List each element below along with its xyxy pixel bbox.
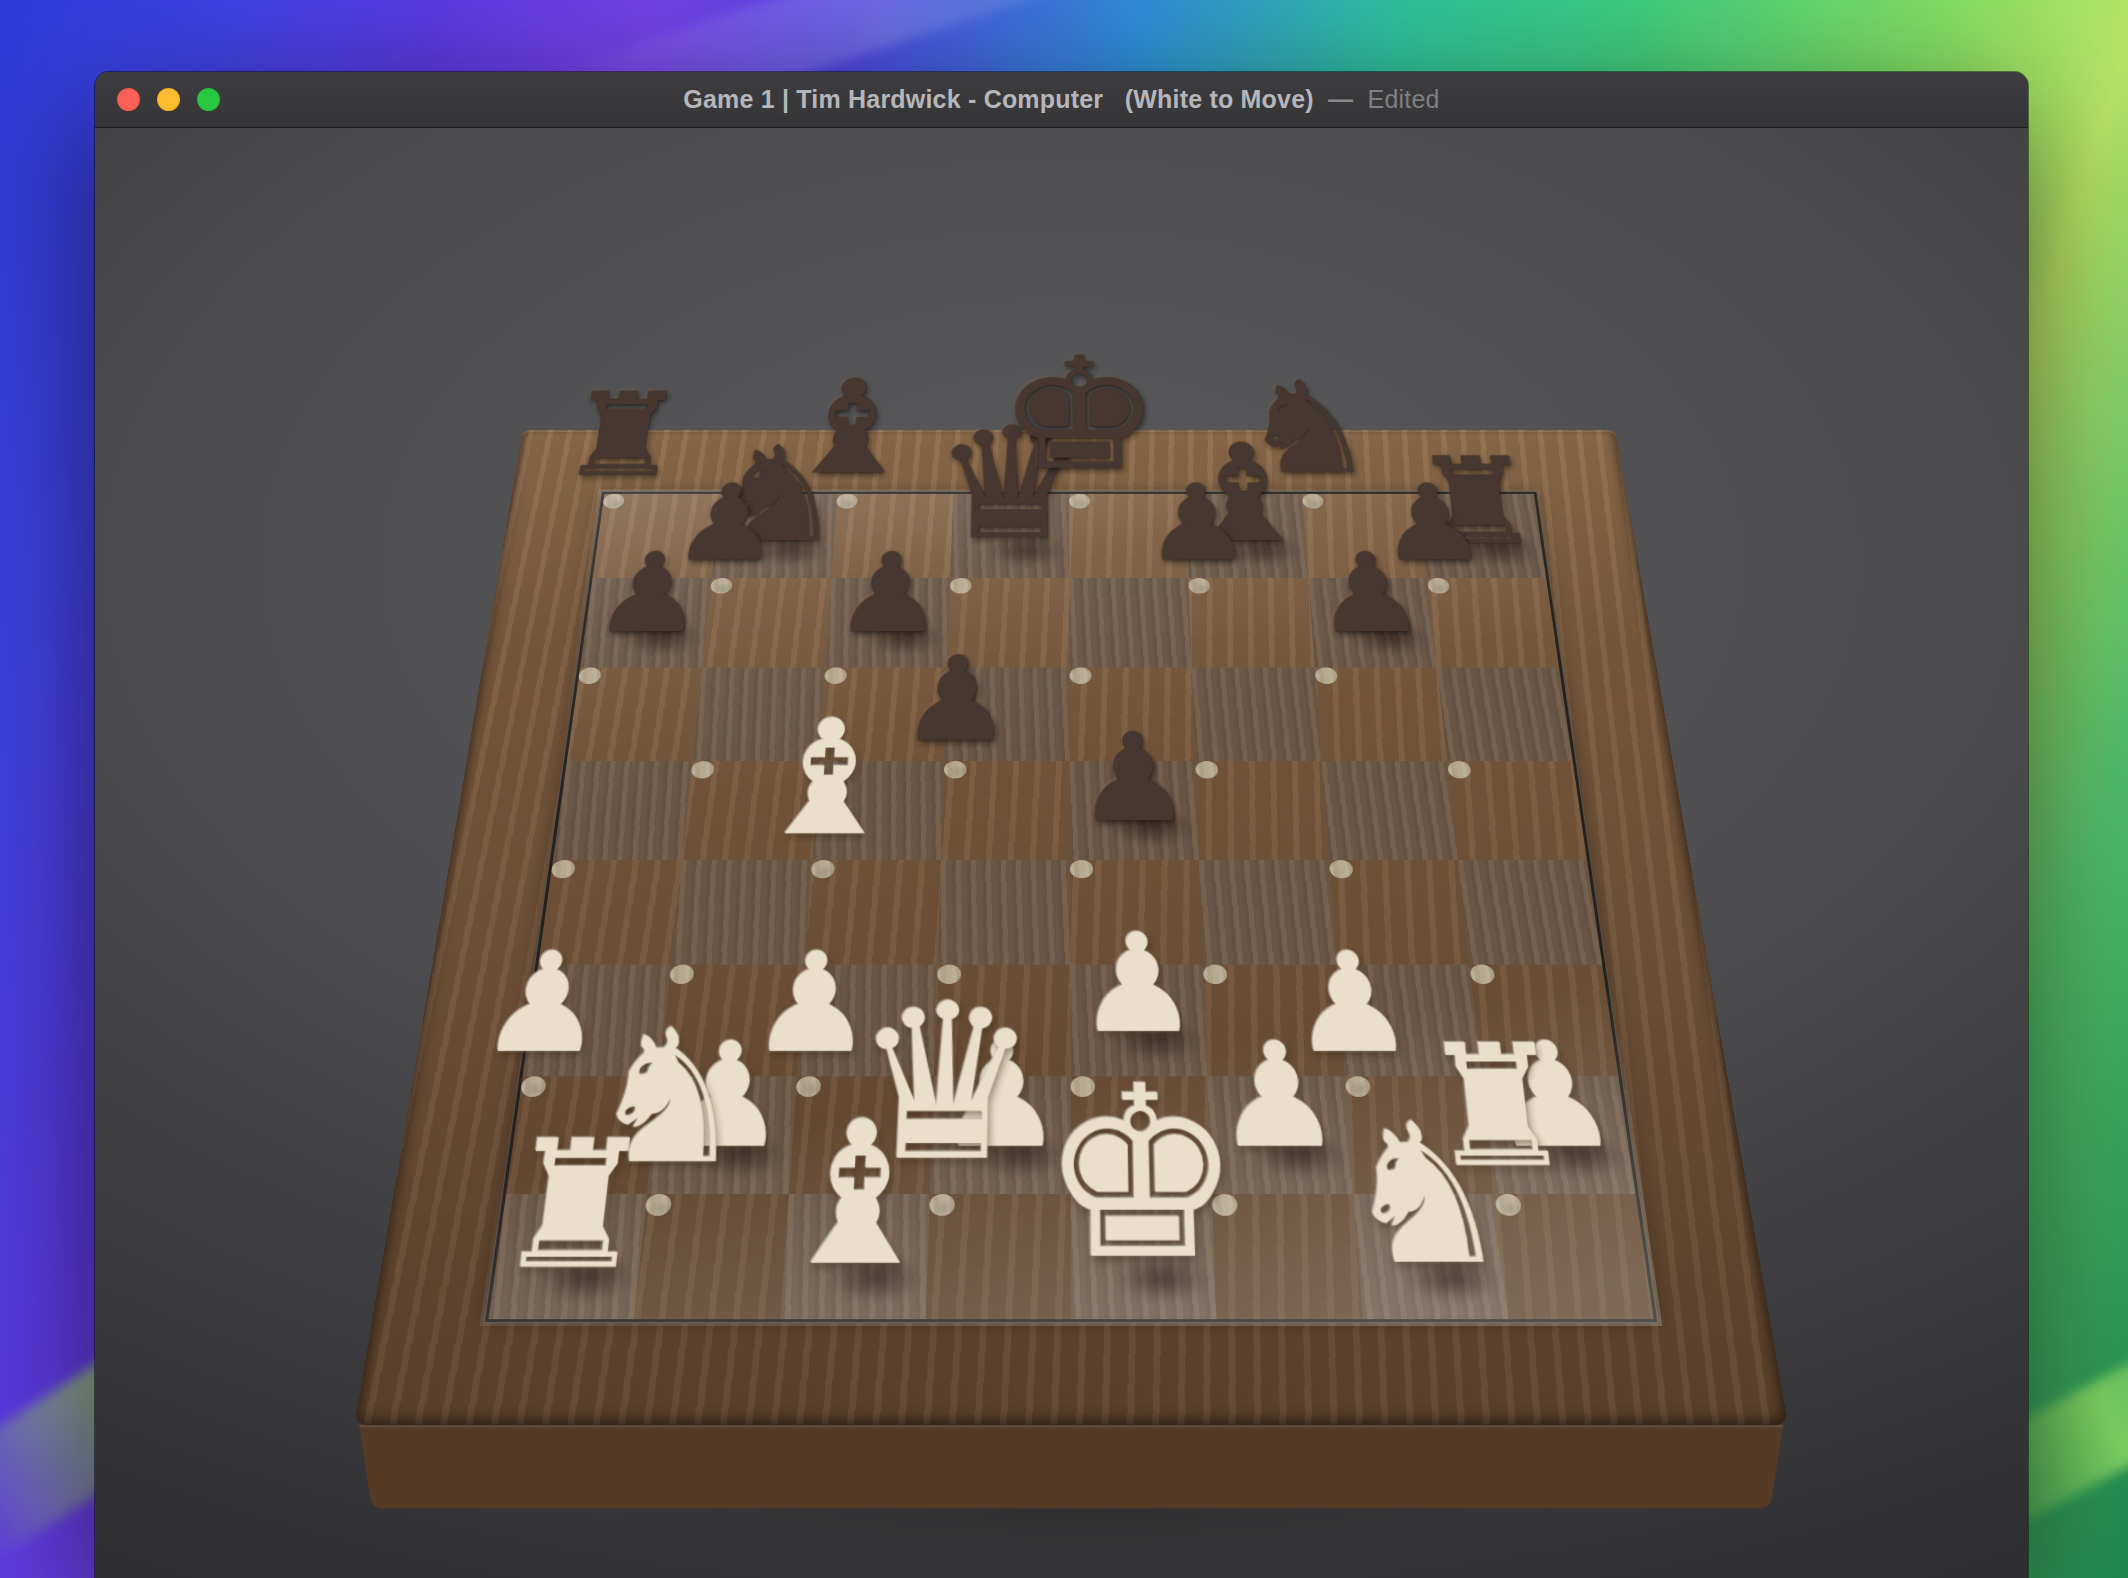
piece-black-q-d8[interactable]: ♛ xyxy=(928,412,1091,558)
square-f5[interactable] xyxy=(1195,761,1218,778)
piece-shadow xyxy=(1431,585,1451,593)
square-g7[interactable]: ♟ xyxy=(1307,578,1436,667)
piece-black-p-e5[interactable]: ♟ xyxy=(1074,720,1192,836)
square-f2[interactable]: ♟ xyxy=(1207,1076,1353,1194)
square-e1[interactable]: ♚ xyxy=(1070,1194,1216,1319)
chess-app-window: Game 1 | Tim Hardwick - Computer (White … xyxy=(95,72,2028,1578)
square-d8[interactable]: ♛ xyxy=(950,494,1069,578)
board-3d-scene: ♜♞♝♛♚♝♞♜♟♟♟♟♟♟♟♟♝♟♟♟♟♟♟♟♟♜♞♝♛♚♞♜ xyxy=(95,128,2028,1578)
square-a2[interactable]: ♟ xyxy=(519,1076,546,1096)
square-h5[interactable] xyxy=(1446,761,1470,778)
square-h7[interactable]: ♟ xyxy=(1426,578,1449,593)
piece-shadow xyxy=(1192,585,1212,593)
piece-shadow xyxy=(673,1125,807,1187)
window-title-separator: — xyxy=(1314,85,1368,113)
piece-white-r-h1[interactable]: ♜ xyxy=(1416,1028,1580,1188)
piece-white-p-g2[interactable]: ♟ xyxy=(1285,938,1418,1069)
piece-shadow xyxy=(606,500,626,508)
square-h6[interactable] xyxy=(1436,667,1572,761)
square-f6[interactable] xyxy=(1191,667,1320,761)
board-front-edge xyxy=(359,1425,1783,1509)
piece-black-p-d5[interactable]: ♟ xyxy=(897,645,1013,756)
piece-shadow xyxy=(1234,1125,1366,1187)
square-b3[interactable] xyxy=(669,965,695,984)
piece-black-p-g7[interactable]: ♟ xyxy=(1310,542,1429,646)
piece-white-p-a2[interactable]: ♟ xyxy=(473,938,614,1069)
piece-shadow xyxy=(515,1245,655,1311)
square-f7[interactable]: ♟ xyxy=(1188,578,1210,593)
square-e4[interactable] xyxy=(1070,860,1093,878)
piece-shadow xyxy=(524,1084,548,1095)
window-title-edited-status: Edited xyxy=(1368,85,1440,113)
square-d5[interactable]: ♟ xyxy=(943,761,966,778)
square-d7[interactable] xyxy=(949,578,971,593)
square-g6[interactable] xyxy=(1314,667,1337,683)
square-a1[interactable]: ♜ xyxy=(488,1194,647,1319)
close-button[interactable] xyxy=(117,88,140,111)
window-title-main: Game 1 | Tim Hardwick - Computer (White … xyxy=(683,85,1314,113)
piece-shadow xyxy=(947,768,968,777)
square-a5[interactable] xyxy=(553,761,693,860)
square-c6[interactable] xyxy=(823,667,846,683)
window-titlebar[interactable]: Game 1 | Tim Hardwick - Computer (White … xyxy=(95,72,2028,128)
square-a6[interactable] xyxy=(577,667,601,683)
square-f3[interactable] xyxy=(1203,965,1228,984)
square-b1[interactable]: ♞ xyxy=(644,1194,671,1216)
square-g1[interactable]: ♞ xyxy=(1353,1194,1508,1319)
piece-black-p-c7[interactable]: ♟ xyxy=(831,542,946,646)
square-f1[interactable] xyxy=(1211,1194,1237,1216)
piece-shadow xyxy=(1096,1245,1230,1311)
piece-black-r-a8[interactable]: ♜ xyxy=(554,380,689,489)
piece-white-p-h2[interactable]: ♟ xyxy=(1481,1028,1625,1166)
square-h2[interactable]: ♟ xyxy=(1481,1076,1635,1194)
piece-white-n-g1[interactable]: ♞ xyxy=(1335,1105,1517,1290)
chess-board-frame: ♜♞♝♛♚♝♞♜♟♟♟♟♟♟♟♟♝♟♟♟♟♟♟♟♟♜♞♝♛♚♞♜ xyxy=(354,430,1787,1425)
piece-black-p-a7[interactable]: ♟ xyxy=(588,542,710,646)
square-h4[interactable] xyxy=(1457,860,1601,965)
square-e7[interactable] xyxy=(1069,578,1192,667)
square-d1[interactable]: ♛ xyxy=(928,1194,954,1216)
square-g4[interactable] xyxy=(1328,860,1352,878)
piece-white-k-e1[interactable]: ♚ xyxy=(1038,1063,1247,1289)
piece-shadow xyxy=(1499,1203,1523,1214)
zoom-button[interactable] xyxy=(197,88,220,111)
piece-white-p-b2[interactable]: ♟ xyxy=(656,1028,794,1166)
piece-shadow xyxy=(799,1084,822,1095)
piece-shadow xyxy=(1349,1084,1372,1095)
minimize-button[interactable] xyxy=(157,88,180,111)
square-a7[interactable]: ♟ xyxy=(580,578,712,667)
piece-shadow xyxy=(1382,1245,1521,1311)
piece-shadow xyxy=(714,585,734,593)
piece-white-b-c1[interactable]: ♝ xyxy=(767,1100,945,1289)
piece-white-q-d1[interactable]: ♛ xyxy=(845,982,1040,1187)
piece-black-p-f7[interactable]: ♟ xyxy=(1142,474,1253,574)
piece-white-p-e3[interactable]: ♟ xyxy=(1075,920,1200,1050)
square-d2[interactable]: ♟ xyxy=(929,1076,1070,1194)
square-h3[interactable] xyxy=(1469,965,1495,984)
square-e2[interactable] xyxy=(1070,1076,1095,1096)
square-b2[interactable]: ♟ xyxy=(647,1076,796,1194)
square-c1[interactable]: ♝ xyxy=(779,1194,929,1319)
square-g2[interactable]: ♟ xyxy=(1344,1076,1370,1096)
square-d4[interactable] xyxy=(937,860,1070,965)
square-b5[interactable] xyxy=(690,761,714,778)
square-a8[interactable]: ♜ xyxy=(602,494,625,509)
traffic-lights xyxy=(117,72,220,127)
window-title: Game 1 | Tim Hardwick - Computer (White … xyxy=(683,85,1439,114)
square-e6[interactable] xyxy=(1069,667,1091,683)
piece-shadow xyxy=(806,1245,942,1311)
app-content-area: ♜♞♝♛♚♝♞♜♟♟♟♟♟♟♟♟♝♟♟♟♟♟♟♟♟♜♞♝♛♚♞♜ xyxy=(95,128,2028,1578)
piece-white-n-b1[interactable]: ♞ xyxy=(578,1011,756,1187)
piece-shadow xyxy=(933,1203,957,1214)
piece-shadow xyxy=(814,868,836,877)
square-h1[interactable]: ♜ xyxy=(1494,1194,1522,1216)
piece-white-r-a1[interactable]: ♜ xyxy=(488,1121,658,1289)
piece-shadow xyxy=(649,1203,673,1214)
square-g5[interactable] xyxy=(1321,761,1458,860)
piece-white-b-c4[interactable]: ♝ xyxy=(746,703,907,854)
square-c2[interactable]: ♟ xyxy=(795,1076,821,1096)
chess-board[interactable]: ♜♞♝♛♚♝♞♜♟♟♟♟♟♟♟♟♝♟♟♟♟♟♟♟♟♜♞♝♛♚♞♜ xyxy=(484,492,1657,1322)
square-b7[interactable]: ♟ xyxy=(710,578,733,593)
square-c4[interactable]: ♝ xyxy=(810,860,834,878)
piece-shadow xyxy=(1511,1125,1648,1187)
square-e5[interactable]: ♟ xyxy=(1069,761,1198,860)
square-a4[interactable] xyxy=(550,860,576,878)
piece-shadow xyxy=(955,1125,1085,1187)
